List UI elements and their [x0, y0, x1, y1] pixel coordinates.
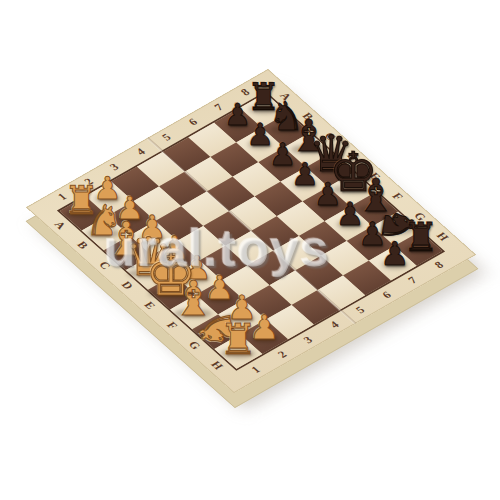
product-photo-chess-set: ABCDEFGH ABCDEFGH 87654321 87654321 ♜♞♝♛…	[0, 0, 500, 500]
piece-black-pawn-h7[interactable]: ♟	[380, 238, 409, 270]
piece-white-rook-h1[interactable]: ♜	[219, 319, 257, 361]
